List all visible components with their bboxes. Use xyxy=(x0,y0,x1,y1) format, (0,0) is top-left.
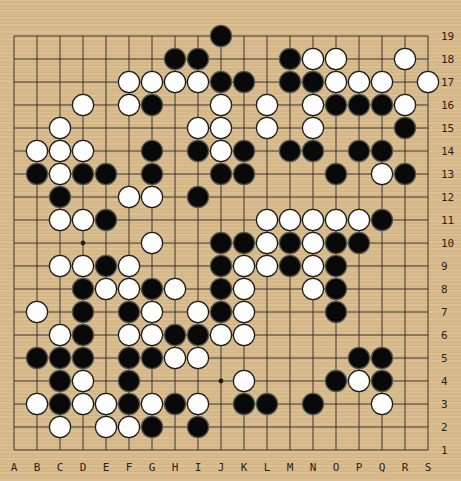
black-stone-R13 xyxy=(394,163,415,184)
row-label-7: 7 xyxy=(441,306,448,319)
row-label-9: 9 xyxy=(441,260,448,273)
column-label-J: J xyxy=(218,461,225,474)
white-stone-I5 xyxy=(187,347,208,368)
white-stone-O18 xyxy=(325,48,346,69)
column-label-B: B xyxy=(34,461,41,474)
white-stone-L9 xyxy=(256,255,277,276)
white-stone-H5 xyxy=(164,347,185,368)
white-stone-E2 xyxy=(95,416,116,437)
black-stone-J13 xyxy=(210,163,231,184)
white-stone-L16 xyxy=(256,94,277,115)
go-board-screenshot: ABCDEFGHIJKLMNOPQRS191817161514131211109… xyxy=(0,0,461,481)
white-stone-R18 xyxy=(394,48,415,69)
white-stone-F16 xyxy=(118,94,139,115)
white-stone-D14 xyxy=(72,140,93,161)
column-label-H: H xyxy=(172,461,179,474)
white-stone-L15 xyxy=(256,117,277,138)
white-stone-Q3 xyxy=(371,393,392,414)
black-stone-I14 xyxy=(187,140,208,161)
row-label-12: 12 xyxy=(441,191,454,204)
white-stone-I3 xyxy=(187,393,208,414)
white-stone-E3 xyxy=(95,393,116,414)
white-stone-E8 xyxy=(95,278,116,299)
row-label-3: 3 xyxy=(441,398,448,411)
white-stone-C9 xyxy=(49,255,70,276)
white-stone-D11 xyxy=(72,209,93,230)
column-label-E: E xyxy=(103,461,110,474)
white-stone-I15 xyxy=(187,117,208,138)
black-stone-J7 xyxy=(210,301,231,322)
white-stone-G7 xyxy=(141,301,162,322)
black-stone-Q16 xyxy=(371,94,392,115)
black-stone-J17 xyxy=(210,71,231,92)
black-stone-C12 xyxy=(49,186,70,207)
white-stone-F9 xyxy=(118,255,139,276)
white-stone-K6 xyxy=(233,324,254,345)
white-stone-O17 xyxy=(325,71,346,92)
black-stone-O7 xyxy=(325,301,346,322)
black-stone-G5 xyxy=(141,347,162,368)
white-stone-B7 xyxy=(26,301,47,322)
black-stone-E13 xyxy=(95,163,116,184)
go-board[interactable]: ABCDEFGHIJKLMNOPQRS191817161514131211109… xyxy=(0,0,461,481)
column-label-Q: Q xyxy=(379,461,386,474)
black-stone-O13 xyxy=(325,163,346,184)
column-label-R: R xyxy=(402,461,409,474)
black-stone-E9 xyxy=(95,255,116,276)
black-stone-O4 xyxy=(325,370,346,391)
black-stone-M10 xyxy=(279,232,300,253)
white-stone-P4 xyxy=(348,370,369,391)
black-stone-R15 xyxy=(394,117,415,138)
column-label-M: M xyxy=(287,461,294,474)
black-stone-M18 xyxy=(279,48,300,69)
white-stone-J6 xyxy=(210,324,231,345)
white-stone-B3 xyxy=(26,393,47,414)
black-stone-K10 xyxy=(233,232,254,253)
white-stone-P17 xyxy=(348,71,369,92)
column-label-G: G xyxy=(149,461,156,474)
column-label-P: P xyxy=(356,461,363,474)
white-stone-I7 xyxy=(187,301,208,322)
column-label-C: C xyxy=(57,461,64,474)
white-stone-F6 xyxy=(118,324,139,345)
white-stone-R16 xyxy=(394,94,415,115)
white-stone-L10 xyxy=(256,232,277,253)
black-stone-D6 xyxy=(72,324,93,345)
black-stone-M9 xyxy=(279,255,300,276)
black-stone-F5 xyxy=(118,347,139,368)
black-stone-H6 xyxy=(164,324,185,345)
black-stone-D5 xyxy=(72,347,93,368)
white-stone-O11 xyxy=(325,209,346,230)
black-stone-Q5 xyxy=(371,347,392,368)
row-label-13: 13 xyxy=(441,168,454,181)
black-stone-P5 xyxy=(348,347,369,368)
black-stone-I6 xyxy=(187,324,208,345)
black-stone-P10 xyxy=(348,232,369,253)
black-stone-G8 xyxy=(141,278,162,299)
row-label-2: 2 xyxy=(441,421,448,434)
column-label-K: K xyxy=(241,461,248,474)
white-stone-G17 xyxy=(141,71,162,92)
black-stone-H3 xyxy=(164,393,185,414)
white-stone-L11 xyxy=(256,209,277,230)
black-stone-M14 xyxy=(279,140,300,161)
black-stone-P14 xyxy=(348,140,369,161)
black-stone-D8 xyxy=(72,278,93,299)
black-stone-J10 xyxy=(210,232,231,253)
white-stone-M11 xyxy=(279,209,300,230)
black-stone-N17 xyxy=(302,71,323,92)
white-stone-N8 xyxy=(302,278,323,299)
white-stone-Q13 xyxy=(371,163,392,184)
black-stone-B13 xyxy=(26,163,47,184)
white-stone-F12 xyxy=(118,186,139,207)
black-stone-D13 xyxy=(72,163,93,184)
white-stone-N11 xyxy=(302,209,323,230)
white-stone-I17 xyxy=(187,71,208,92)
row-label-10: 10 xyxy=(441,237,454,250)
black-stone-J9 xyxy=(210,255,231,276)
row-label-6: 6 xyxy=(441,329,448,342)
black-stone-Q11 xyxy=(371,209,392,230)
black-stone-G2 xyxy=(141,416,162,437)
black-stone-G13 xyxy=(141,163,162,184)
black-stone-F7 xyxy=(118,301,139,322)
black-stone-N14 xyxy=(302,140,323,161)
black-stone-E11 xyxy=(95,209,116,230)
white-stone-G12 xyxy=(141,186,162,207)
row-label-15: 15 xyxy=(441,122,454,135)
white-stone-C2 xyxy=(49,416,70,437)
black-stone-O10 xyxy=(325,232,346,253)
white-stone-B14 xyxy=(26,140,47,161)
white-stone-J14 xyxy=(210,140,231,161)
star-point xyxy=(219,379,224,384)
black-stone-D7 xyxy=(72,301,93,322)
column-label-D: D xyxy=(80,461,87,474)
row-label-1: 1 xyxy=(441,444,448,457)
black-stone-J19 xyxy=(210,25,231,46)
black-stone-G16 xyxy=(141,94,162,115)
white-stone-F8 xyxy=(118,278,139,299)
white-stone-J16 xyxy=(210,94,231,115)
white-stone-G10 xyxy=(141,232,162,253)
row-label-18: 18 xyxy=(441,53,454,66)
black-stone-K14 xyxy=(233,140,254,161)
column-label-I: I xyxy=(195,461,202,474)
white-stone-N10 xyxy=(302,232,323,253)
black-stone-N3 xyxy=(302,393,323,414)
black-stone-I2 xyxy=(187,416,208,437)
black-stone-F4 xyxy=(118,370,139,391)
black-stone-O16 xyxy=(325,94,346,115)
star-point xyxy=(81,241,86,246)
white-stone-F2 xyxy=(118,416,139,437)
row-label-16: 16 xyxy=(441,99,454,112)
white-stone-G3 xyxy=(141,393,162,414)
black-stone-G14 xyxy=(141,140,162,161)
black-stone-P16 xyxy=(348,94,369,115)
white-stone-C15 xyxy=(49,117,70,138)
black-stone-O8 xyxy=(325,278,346,299)
black-stone-C4 xyxy=(49,370,70,391)
white-stone-H17 xyxy=(164,71,185,92)
white-stone-N18 xyxy=(302,48,323,69)
white-stone-D3 xyxy=(72,393,93,414)
black-stone-C3 xyxy=(49,393,70,414)
white-stone-F17 xyxy=(118,71,139,92)
white-stone-C14 xyxy=(49,140,70,161)
white-stone-S17 xyxy=(417,71,438,92)
column-label-N: N xyxy=(310,461,317,474)
white-stone-G6 xyxy=(141,324,162,345)
black-stone-C5 xyxy=(49,347,70,368)
column-label-A: A xyxy=(11,461,18,474)
row-label-11: 11 xyxy=(441,214,454,227)
black-stone-B5 xyxy=(26,347,47,368)
white-stone-P11 xyxy=(348,209,369,230)
row-label-4: 4 xyxy=(441,375,448,388)
white-stone-N9 xyxy=(302,255,323,276)
row-label-5: 5 xyxy=(441,352,448,365)
white-stone-D9 xyxy=(72,255,93,276)
black-stone-Q14 xyxy=(371,140,392,161)
row-label-8: 8 xyxy=(441,283,448,296)
white-stone-N16 xyxy=(302,94,323,115)
white-stone-K4 xyxy=(233,370,254,391)
black-stone-K13 xyxy=(233,163,254,184)
white-stone-C11 xyxy=(49,209,70,230)
column-label-S: S xyxy=(425,461,432,474)
black-stone-J8 xyxy=(210,278,231,299)
white-stone-C6 xyxy=(49,324,70,345)
row-label-14: 14 xyxy=(441,145,455,158)
row-label-17: 17 xyxy=(441,76,454,89)
white-stone-D16 xyxy=(72,94,93,115)
white-stone-K8 xyxy=(233,278,254,299)
column-label-O: O xyxy=(333,461,340,474)
column-label-L: L xyxy=(264,461,271,474)
white-stone-K9 xyxy=(233,255,254,276)
white-stone-K7 xyxy=(233,301,254,322)
black-stone-I18 xyxy=(187,48,208,69)
white-stone-Q17 xyxy=(371,71,392,92)
black-stone-Q4 xyxy=(371,370,392,391)
black-stone-L3 xyxy=(256,393,277,414)
black-stone-K3 xyxy=(233,393,254,414)
black-stone-I12 xyxy=(187,186,208,207)
white-stone-N15 xyxy=(302,117,323,138)
row-label-19: 19 xyxy=(441,30,454,43)
white-stone-J15 xyxy=(210,117,231,138)
black-stone-O9 xyxy=(325,255,346,276)
column-label-F: F xyxy=(126,461,133,474)
white-stone-D4 xyxy=(72,370,93,391)
white-stone-C13 xyxy=(49,163,70,184)
black-stone-F3 xyxy=(118,393,139,414)
black-stone-K17 xyxy=(233,71,254,92)
white-stone-H8 xyxy=(164,278,185,299)
black-stone-H18 xyxy=(164,48,185,69)
black-stone-M17 xyxy=(279,71,300,92)
